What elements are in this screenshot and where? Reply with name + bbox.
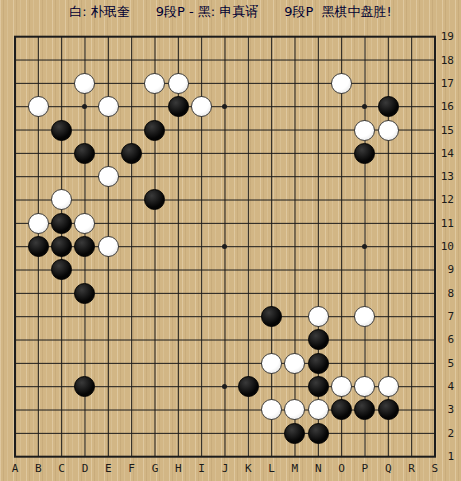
row-label-19: 19 (436, 25, 457, 48)
star-point-J10 (222, 244, 227, 249)
black-stone-C11 (51, 213, 72, 234)
row-label-13: 13 (436, 165, 457, 188)
black-stone-N6 (308, 329, 329, 350)
white-stone-E16 (98, 96, 119, 117)
col-label-I: I (190, 460, 213, 478)
row-coordinate-labels: 19181716151413121110987654321 (436, 25, 457, 468)
col-label-N: N (307, 460, 330, 478)
go-kifu-viewer: 白: 朴珉奎 9段P - 黑: 申真谞 9段P 黑棋中盘胜! ABCDEFGHI… (0, 0, 461, 481)
black-stone-G15 (144, 120, 165, 141)
col-label-K: K (237, 460, 260, 478)
row-label-5: 5 (436, 352, 457, 375)
black-stone-D8 (74, 283, 95, 304)
white-stone-G17 (144, 73, 165, 94)
row-label-12: 12 (436, 188, 457, 211)
white-stone-O17 (331, 73, 352, 94)
go-board[interactable] (3, 25, 446, 468)
row-label-15: 15 (436, 118, 457, 141)
row-label-8: 8 (436, 282, 457, 305)
black-stone-Q16 (378, 96, 399, 117)
white-stone-M3 (284, 399, 305, 420)
row-label-2: 2 (436, 422, 457, 445)
white-stone-D11 (74, 213, 95, 234)
black-stone-O3 (331, 399, 352, 420)
black-stone-K4 (238, 376, 259, 397)
black-stone-Q3 (378, 399, 399, 420)
white-stone-P4 (354, 376, 375, 397)
black-stone-P14 (354, 143, 375, 164)
black-stone-C10 (51, 236, 72, 257)
row-label-3: 3 (436, 398, 457, 421)
star-point-D16 (82, 104, 87, 109)
column-coordinate-labels: ABCDEFGHIJKLMNOPQRS (3, 460, 446, 478)
row-label-17: 17 (436, 72, 457, 95)
black-stone-P3 (354, 399, 375, 420)
white-stone-E10 (98, 236, 119, 257)
white-stone-B11 (28, 213, 49, 234)
col-label-R: R (400, 460, 423, 478)
row-label-11: 11 (436, 212, 457, 235)
row-label-16: 16 (436, 95, 457, 118)
black-stone-M2 (284, 423, 305, 444)
black-stone-D14 (74, 143, 95, 164)
white-stone-C12 (51, 189, 72, 210)
star-point-J16 (222, 104, 227, 109)
black-stone-H16 (168, 96, 189, 117)
col-label-M: M (283, 460, 306, 478)
star-point-P16 (362, 104, 367, 109)
row-label-4: 4 (436, 375, 457, 398)
white-stone-E13 (98, 166, 119, 187)
white-stone-P15 (354, 120, 375, 141)
col-label-L: L (260, 460, 283, 478)
row-label-18: 18 (436, 48, 457, 71)
col-label-B: B (27, 460, 50, 478)
white-stone-H17 (168, 73, 189, 94)
black-stone-N2 (308, 423, 329, 444)
black-stone-G12 (144, 189, 165, 210)
row-label-7: 7 (436, 305, 457, 328)
col-label-G: G (143, 460, 166, 478)
star-point-J4 (222, 384, 227, 389)
white-stone-Q4 (378, 376, 399, 397)
white-stone-L5 (261, 353, 282, 374)
black-stone-F14 (121, 143, 142, 164)
white-stone-N7 (308, 306, 329, 327)
black-stone-B10 (28, 236, 49, 257)
col-label-A: A (3, 460, 26, 478)
white-stone-B16 (28, 96, 49, 117)
row-label-10: 10 (436, 235, 457, 258)
white-stone-L3 (261, 399, 282, 420)
white-stone-M5 (284, 353, 305, 374)
star-point-P10 (362, 244, 367, 249)
col-label-O: O (330, 460, 353, 478)
col-label-E: E (97, 460, 120, 478)
black-stone-N4 (308, 376, 329, 397)
col-label-C: C (50, 460, 73, 478)
col-label-J: J (213, 460, 236, 478)
row-label-14: 14 (436, 142, 457, 165)
black-stone-N5 (308, 353, 329, 374)
black-stone-D4 (74, 376, 95, 397)
black-stone-C9 (51, 259, 72, 280)
col-label-Q: Q (377, 460, 400, 478)
black-stone-D10 (74, 236, 95, 257)
col-label-P: P (353, 460, 376, 478)
white-stone-O4 (331, 376, 352, 397)
black-stone-L7 (261, 306, 282, 327)
row-label-1: 1 (436, 445, 457, 468)
col-label-F: F (120, 460, 143, 478)
white-stone-P7 (354, 306, 375, 327)
col-label-H: H (167, 460, 190, 478)
black-stone-C15 (51, 120, 72, 141)
row-label-9: 9 (436, 258, 457, 281)
col-label-D: D (73, 460, 96, 478)
white-stone-I16 (191, 96, 212, 117)
row-label-6: 6 (436, 328, 457, 351)
white-stone-D17 (74, 73, 95, 94)
white-stone-Q15 (378, 120, 399, 141)
white-stone-N3 (308, 399, 329, 420)
